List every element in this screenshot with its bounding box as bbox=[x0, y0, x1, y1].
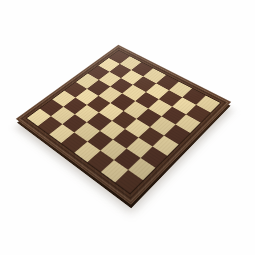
square-c4 bbox=[100, 120, 125, 139]
square-d1 bbox=[153, 135, 179, 155]
square-b6 bbox=[63, 114, 88, 132]
photo-background bbox=[0, 0, 255, 255]
square-a7 bbox=[38, 116, 63, 134]
square-f1 bbox=[175, 115, 200, 134]
square-d3 bbox=[125, 118, 150, 137]
square-c1 bbox=[141, 146, 168, 167]
playing-field bbox=[26, 50, 222, 195]
square-a4 bbox=[74, 141, 100, 162]
square-c5 bbox=[87, 112, 112, 130]
square-g1 bbox=[186, 105, 211, 123]
square-b2 bbox=[114, 148, 141, 169]
square-a5 bbox=[61, 133, 87, 153]
square-e1 bbox=[164, 125, 190, 144]
square-f2 bbox=[161, 107, 186, 125]
square-d2 bbox=[139, 127, 165, 147]
chess-board bbox=[16, 45, 232, 205]
square-b1 bbox=[128, 158, 155, 180]
square-a3 bbox=[87, 150, 114, 172]
square-a6 bbox=[49, 124, 74, 143]
square-a1 bbox=[115, 170, 143, 194]
square-b4 bbox=[87, 131, 113, 151]
square-a2 bbox=[101, 160, 128, 182]
square-e2 bbox=[150, 116, 175, 135]
square-c2 bbox=[126, 137, 152, 157]
square-c3 bbox=[113, 129, 139, 149]
board-frame bbox=[16, 45, 232, 205]
square-b3 bbox=[100, 139, 126, 160]
square-d4 bbox=[112, 111, 137, 129]
square-e3 bbox=[137, 109, 162, 127]
square-b5 bbox=[75, 122, 100, 141]
board-tilt-wrapper bbox=[41, 28, 206, 193]
